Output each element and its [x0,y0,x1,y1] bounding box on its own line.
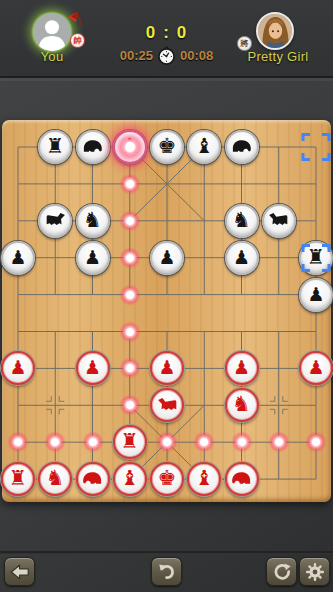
piece-red-king[interactable]: ♚ [150,462,184,496]
piece-red-pawn[interactable]: ♟ [76,351,110,385]
piece-black-cannon[interactable] [38,204,72,238]
player-opponent-name: Pretty Girl [228,49,328,64]
scoreboard-bar: 帥 You 0:0 00:25 00:08 [0,0,333,78]
piece-red-rook[interactable]: ♜ [113,425,147,459]
move-hint-dot[interactable] [119,394,141,416]
piece-black-pawn[interactable]: ♟ [76,241,110,275]
piece-black-elephant[interactable] [225,130,259,164]
score-separator: : [156,23,177,42]
piece-red-elephant[interactable] [225,462,259,496]
move-hint-dot[interactable] [119,357,141,379]
piece-black-pawn[interactable]: ♟ [225,241,259,275]
black-side-badge-label: 將 [241,38,249,49]
toolbar-divider [0,551,333,554]
piece-red-pawn[interactable]: ♟ [225,351,259,385]
move-hint-dot[interactable] [119,173,141,195]
piece-red-rook[interactable]: ♜ [1,462,35,496]
xiangqi-board[interactable]: ♜♝♚♝♞♞♟♟♟♟♜♟♟♟♟♟♟♞♜♜♞♝♚♝ [2,120,331,502]
back-arrow-icon [9,562,31,582]
piece-red-elephant[interactable] [76,462,110,496]
piece-black-pawn[interactable]: ♟ [299,278,333,312]
redo-button[interactable] [266,557,297,586]
piece-black-horse[interactable]: ♞ [76,204,110,238]
redo-circular-arrow-icon [271,561,293,583]
girl-portrait [258,14,293,49]
piece-black-horse[interactable]: ♞ [225,204,259,238]
move-hint-dot[interactable] [268,431,290,453]
you-score: 0 [146,23,156,42]
back-button[interactable] [4,557,35,586]
piece-black-pawn[interactable]: ♟ [1,241,35,275]
app-screen: 帥 You 0:0 00:25 00:08 [0,0,333,592]
piece-red-horse[interactable]: ♞ [225,388,259,422]
settings-button[interactable] [299,557,330,586]
move-hint-dot[interactable] [82,431,104,453]
piece-black-king[interactable]: ♚ [150,130,184,164]
piece-black-pawn[interactable]: ♟ [150,241,184,275]
avatar-opponent[interactable] [256,12,294,50]
opponent-score: 0 [177,23,187,42]
gear-icon [304,561,326,583]
move-hint-dot[interactable] [119,247,141,269]
undo-arrow-icon [156,561,178,583]
opponent-timer: 00:08 [180,48,213,63]
move-hint-dot[interactable] [119,210,141,232]
clock-icon [157,46,176,65]
piece-black-advisor[interactable]: ♝ [187,130,221,164]
move-hint-dot[interactable] [231,431,253,453]
undo-button[interactable] [151,557,182,586]
piece-black-elephant[interactable] [76,130,110,164]
capture-target-dot[interactable] [116,133,144,161]
you-timer: 00:25 [120,48,153,63]
piece-red-advisor[interactable]: ♝ [113,462,147,496]
move-hint-dot[interactable] [119,284,141,306]
piece-black-rook[interactable]: ♜ [38,130,72,164]
move-hint-dot[interactable] [119,321,141,343]
piece-black-cannon[interactable] [262,204,296,238]
piece-black-rook[interactable]: ♜ [299,241,333,275]
